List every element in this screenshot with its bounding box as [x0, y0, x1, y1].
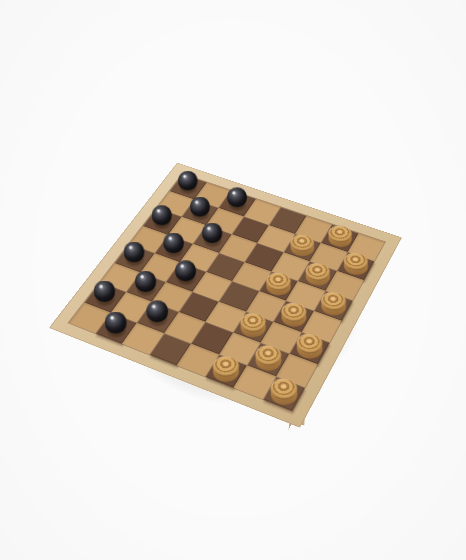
black-bead-face — [135, 271, 156, 292]
checkers-board — [49, 163, 402, 428]
board-square-r6c4-dark[interactable] — [191, 322, 232, 354]
board-square-r4c4-dark[interactable] — [219, 281, 259, 311]
board-square-r7c3-dark[interactable] — [149, 333, 191, 366]
product-photo-canvas — [0, 0, 466, 560]
black-bead-face — [105, 311, 127, 333]
board-square-r5c3-dark[interactable] — [178, 291, 219, 322]
